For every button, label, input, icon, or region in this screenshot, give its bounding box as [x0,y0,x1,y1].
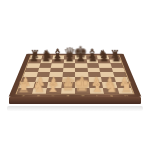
piece-white-rook[interactable]: ♜ [18,80,31,94]
piece-white-knight[interactable]: ♞ [105,79,119,94]
photo-background: ♜♞♝♛♚♝♞♜♟♟♟♟♟♟♟♟♟♟♟♟♟♟♟♟♜♞♝♛♚♝♞♜ abcdefg… [0,0,150,150]
piece-white-bishop[interactable]: ♝ [90,78,105,94]
piece-black-pawn[interactable]: ♟ [29,53,38,63]
piece-black-pawn[interactable]: ♟ [100,53,109,63]
piece-white-bishop[interactable]: ♝ [46,78,61,94]
piece-black-pawn[interactable]: ♟ [76,53,85,63]
square-b6[interactable] [39,63,52,67]
square-a7[interactable]: ♟ [28,59,41,63]
piece-black-pawn[interactable]: ♟ [65,53,74,63]
square-c1[interactable]: ♝ [46,88,61,94]
square-c7[interactable]: ♟ [52,59,64,63]
square-a1[interactable]: ♜ [17,88,33,94]
piece-white-knight[interactable]: ♞ [32,79,46,94]
square-b5[interactable] [38,67,51,72]
square-c5[interactable] [50,67,63,72]
square-c6[interactable] [51,63,63,67]
board-scene: ♜♞♝♛♚♝♞♜♟♟♟♟♟♟♟♟♟♟♟♟♟♟♟♟♜♞♝♛♚♝♞♜ abcdefg… [19,16,131,128]
square-f6[interactable] [87,63,99,67]
square-d6[interactable] [63,63,75,67]
square-h1[interactable]: ♜ [117,88,133,94]
piece-black-pawn[interactable]: ♟ [88,53,97,63]
square-e6[interactable] [75,63,87,67]
board-grid: ♜♞♝♛♚♝♞♜♟♟♟♟♟♟♟♟♟♟♟♟♟♟♟♟♜♞♝♛♚♝♞♜ [17,56,133,94]
square-d7[interactable]: ♟ [63,59,75,63]
board-shadow [7,106,143,111]
chess-board: ♜♞♝♛♚♝♞♜♟♟♟♟♟♟♟♟♟♟♟♟♟♟♟♟♜♞♝♛♚♝♞♜ abcdefg… [9,54,142,97]
square-e7[interactable]: ♟ [75,59,87,63]
piece-black-pawn[interactable]: ♟ [41,53,50,63]
square-g7[interactable]: ♟ [98,59,110,63]
piece-white-rook[interactable]: ♜ [120,80,133,94]
square-e1[interactable]: ♚ [75,88,90,94]
square-f1[interactable]: ♝ [89,88,104,94]
piece-black-pawn[interactable]: ♟ [111,53,120,63]
square-f7[interactable]: ♟ [86,59,98,63]
square-h7[interactable]: ♟ [109,59,122,63]
piece-black-pawn[interactable]: ♟ [53,53,62,63]
square-h5[interactable] [111,67,125,72]
piece-white-king[interactable]: ♚ [73,74,91,94]
square-b7[interactable]: ♟ [40,59,52,63]
square-g1[interactable]: ♞ [103,88,119,94]
board-front-edge [9,97,141,104]
square-h6[interactable] [110,63,123,67]
